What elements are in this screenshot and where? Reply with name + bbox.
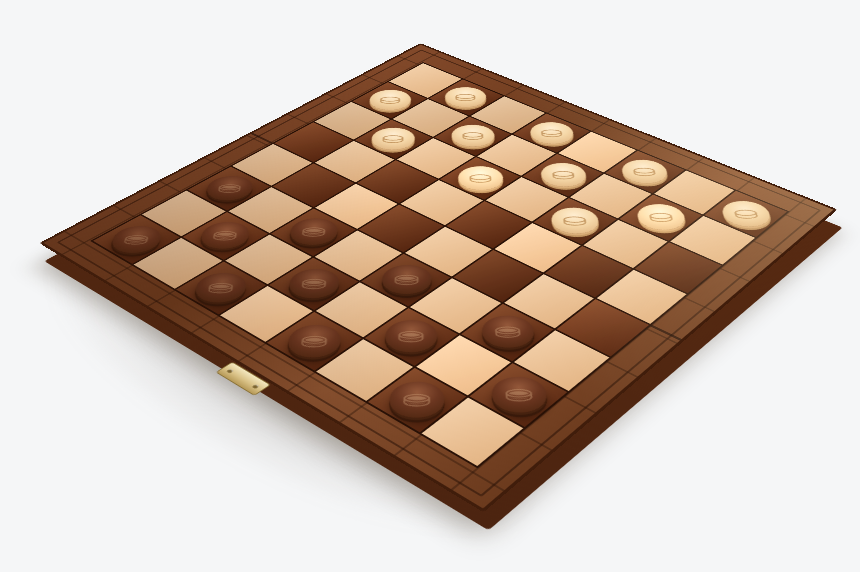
white-checker[interactable]: ⛀ — [446, 87, 487, 107]
dark-checker[interactable]: ⛂ — [381, 265, 431, 294]
dark-checker[interactable]: ⛂ — [288, 219, 338, 245]
white-checker[interactable]: ⛀ — [621, 160, 670, 183]
dark-checker[interactable]: ⛂ — [389, 382, 444, 418]
dark-checker[interactable]: ⛂ — [481, 316, 534, 348]
dark-checker[interactable]: ⛂ — [491, 377, 548, 412]
dark-checker[interactable]: ⛂ — [385, 320, 438, 352]
white-checker[interactable]: ⛀ — [451, 125, 494, 147]
white-checker[interactable]: ⛀ — [368, 90, 410, 110]
white-checker[interactable]: ⛀ — [719, 201, 773, 226]
dark-checker[interactable]: ⛂ — [199, 222, 252, 249]
dark-checker[interactable]: ⛂ — [204, 176, 254, 200]
white-checker[interactable]: ⛀ — [371, 128, 415, 150]
white-checker[interactable]: ⛀ — [635, 204, 687, 230]
white-checker[interactable]: ⛀ — [540, 163, 587, 186]
dark-checker[interactable]: ⛂ — [286, 325, 342, 357]
dark-checker[interactable]: ⛂ — [287, 269, 340, 298]
white-checker[interactable]: ⛀ — [530, 122, 575, 143]
dark-checker[interactable]: ⛂ — [193, 273, 249, 302]
checkers-board: ⛀⛀⛀⛀⛀⛀⛀⛀⛀⛀⛀⛂⛂⛂⛂⛂⛂⛂⛂⛂⛂⛂⛂ — [39, 43, 837, 512]
dark-checker[interactable]: ⛂ — [108, 226, 163, 253]
white-checker[interactable]: ⛀ — [458, 166, 503, 190]
white-checker[interactable]: ⛀ — [550, 208, 600, 234]
